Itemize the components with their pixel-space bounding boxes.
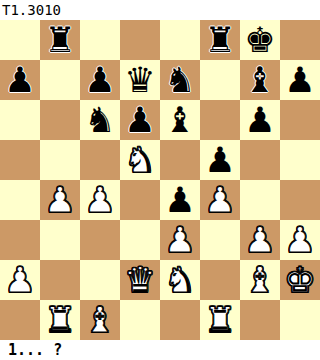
square-g1[interactable] bbox=[240, 300, 280, 340]
square-d3[interactable] bbox=[120, 220, 160, 260]
black-bishop: ♝ bbox=[164, 100, 195, 140]
square-a4[interactable] bbox=[0, 180, 40, 220]
white-rook: ♜ bbox=[204, 300, 235, 340]
white-pawn: ♟ bbox=[164, 220, 195, 260]
square-b1[interactable]: ♜ bbox=[40, 300, 80, 340]
square-e2[interactable]: ♞ bbox=[160, 260, 200, 300]
black-pawn: ♟ bbox=[284, 60, 315, 100]
square-e5[interactable] bbox=[160, 140, 200, 180]
black-pawn: ♟ bbox=[84, 60, 115, 100]
white-pawn: ♟ bbox=[84, 180, 115, 220]
square-b2[interactable] bbox=[40, 260, 80, 300]
square-f7[interactable] bbox=[200, 60, 240, 100]
white-rook: ♜ bbox=[44, 300, 75, 340]
square-f4[interactable]: ♟ bbox=[200, 180, 240, 220]
square-h1[interactable] bbox=[280, 300, 320, 340]
square-e8[interactable] bbox=[160, 20, 200, 60]
black-rook: ♜ bbox=[44, 20, 75, 60]
square-f6[interactable] bbox=[200, 100, 240, 140]
black-pawn: ♟ bbox=[244, 100, 275, 140]
square-f1[interactable]: ♜ bbox=[200, 300, 240, 340]
black-knight: ♞ bbox=[84, 100, 115, 140]
square-c6[interactable]: ♞ bbox=[80, 100, 120, 140]
square-a5[interactable] bbox=[0, 140, 40, 180]
black-pawn: ♟ bbox=[164, 180, 195, 220]
square-g2[interactable]: ♝ bbox=[240, 260, 280, 300]
square-d5[interactable]: ♞ bbox=[120, 140, 160, 180]
chess-puzzle-page: T1.3010 ♜♜♚♟♟♛♞♝♟♞♟♝♟♞♟♟♟♟♟♟♟♟♟♛♞♝♚♜♝♜ 1… bbox=[0, 0, 320, 360]
square-g7[interactable]: ♝ bbox=[240, 60, 280, 100]
puzzle-id: T1.3010 bbox=[0, 0, 320, 20]
white-pawn: ♟ bbox=[244, 220, 275, 260]
square-a3[interactable] bbox=[0, 220, 40, 260]
black-bishop: ♝ bbox=[244, 60, 275, 100]
square-e7[interactable]: ♞ bbox=[160, 60, 200, 100]
white-bishop: ♝ bbox=[244, 260, 275, 300]
square-h7[interactable]: ♟ bbox=[280, 60, 320, 100]
square-h8[interactable] bbox=[280, 20, 320, 60]
square-g6[interactable]: ♟ bbox=[240, 100, 280, 140]
square-a2[interactable]: ♟ bbox=[0, 260, 40, 300]
square-e3[interactable]: ♟ bbox=[160, 220, 200, 260]
square-c8[interactable] bbox=[80, 20, 120, 60]
square-b7[interactable] bbox=[40, 60, 80, 100]
square-e1[interactable] bbox=[160, 300, 200, 340]
square-g4[interactable] bbox=[240, 180, 280, 220]
square-c5[interactable] bbox=[80, 140, 120, 180]
square-a1[interactable] bbox=[0, 300, 40, 340]
square-b5[interactable] bbox=[40, 140, 80, 180]
square-h2[interactable]: ♚ bbox=[280, 260, 320, 300]
square-d6[interactable]: ♟ bbox=[120, 100, 160, 140]
square-f8[interactable]: ♜ bbox=[200, 20, 240, 60]
square-h6[interactable] bbox=[280, 100, 320, 140]
square-g3[interactable]: ♟ bbox=[240, 220, 280, 260]
white-pawn: ♟ bbox=[204, 180, 235, 220]
square-g8[interactable]: ♚ bbox=[240, 20, 280, 60]
square-d4[interactable] bbox=[120, 180, 160, 220]
white-pawn: ♟ bbox=[4, 260, 35, 300]
square-d2[interactable]: ♛ bbox=[120, 260, 160, 300]
square-g5[interactable] bbox=[240, 140, 280, 180]
black-pawn: ♟ bbox=[124, 100, 155, 140]
square-a7[interactable]: ♟ bbox=[0, 60, 40, 100]
white-king: ♚ bbox=[284, 260, 315, 300]
chess-board: ♜♜♚♟♟♛♞♝♟♞♟♝♟♞♟♟♟♟♟♟♟♟♟♛♞♝♚♜♝♜ bbox=[0, 20, 320, 340]
square-b8[interactable]: ♜ bbox=[40, 20, 80, 60]
square-f2[interactable] bbox=[200, 260, 240, 300]
square-h3[interactable]: ♟ bbox=[280, 220, 320, 260]
square-a8[interactable] bbox=[0, 20, 40, 60]
white-bishop: ♝ bbox=[84, 300, 115, 340]
square-f5[interactable]: ♟ bbox=[200, 140, 240, 180]
square-c3[interactable] bbox=[80, 220, 120, 260]
square-f3[interactable] bbox=[200, 220, 240, 260]
square-c2[interactable] bbox=[80, 260, 120, 300]
white-knight: ♞ bbox=[124, 140, 155, 180]
square-a6[interactable] bbox=[0, 100, 40, 140]
white-queen: ♛ bbox=[124, 260, 155, 300]
black-pawn: ♟ bbox=[4, 60, 35, 100]
black-knight: ♞ bbox=[164, 60, 195, 100]
square-c1[interactable]: ♝ bbox=[80, 300, 120, 340]
black-rook: ♜ bbox=[204, 20, 235, 60]
black-queen: ♛ bbox=[124, 60, 155, 100]
white-pawn: ♟ bbox=[284, 220, 315, 260]
square-c4[interactable]: ♟ bbox=[80, 180, 120, 220]
square-h4[interactable] bbox=[280, 180, 320, 220]
white-pawn: ♟ bbox=[44, 180, 75, 220]
move-prompt: 1... ? bbox=[0, 340, 320, 360]
square-b4[interactable]: ♟ bbox=[40, 180, 80, 220]
square-b6[interactable] bbox=[40, 100, 80, 140]
black-pawn: ♟ bbox=[204, 140, 235, 180]
square-d1[interactable] bbox=[120, 300, 160, 340]
white-knight: ♞ bbox=[164, 260, 195, 300]
square-c7[interactable]: ♟ bbox=[80, 60, 120, 100]
square-d7[interactable]: ♛ bbox=[120, 60, 160, 100]
square-e6[interactable]: ♝ bbox=[160, 100, 200, 140]
square-d8[interactable] bbox=[120, 20, 160, 60]
square-h5[interactable] bbox=[280, 140, 320, 180]
black-king: ♚ bbox=[244, 20, 275, 60]
square-e4[interactable]: ♟ bbox=[160, 180, 200, 220]
square-b3[interactable] bbox=[40, 220, 80, 260]
